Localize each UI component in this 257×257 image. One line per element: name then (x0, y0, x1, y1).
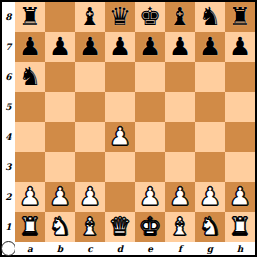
square-b4[interactable] (45, 122, 75, 152)
file-label-c: c (75, 242, 105, 255)
file-label-h: h (225, 242, 255, 255)
square-f7[interactable]: ♟ (165, 32, 195, 62)
square-f6[interactable] (165, 62, 195, 92)
black-pawn-d7[interactable]: ♟ (109, 32, 131, 62)
square-f8[interactable]: ♝ (165, 2, 195, 32)
white-bishop-f1[interactable]: ♝ (169, 212, 191, 242)
square-f3[interactable] (165, 152, 195, 182)
white-king-e1[interactable]: ♚ (139, 212, 161, 242)
square-d4[interactable]: ♟ (105, 122, 135, 152)
square-g2[interactable]: ♟ (195, 182, 225, 212)
square-h4[interactable] (225, 122, 255, 152)
square-c1[interactable]: ♝ (75, 212, 105, 242)
square-b8[interactable] (45, 2, 75, 32)
square-g8[interactable]: ♞ (195, 2, 225, 32)
square-d7[interactable]: ♟ (105, 32, 135, 62)
white-bishop-c1[interactable]: ♝ (79, 212, 101, 242)
square-g1[interactable]: ♞ (195, 212, 225, 242)
square-f5[interactable] (165, 92, 195, 122)
square-c3[interactable] (75, 152, 105, 182)
white-to-move-indicator-icon (1, 241, 16, 256)
square-e5[interactable] (135, 92, 165, 122)
square-a2[interactable]: ♟ (15, 182, 45, 212)
white-pawn-c2[interactable]: ♟ (79, 182, 101, 212)
square-h8[interactable]: ♜ (225, 2, 255, 32)
square-b5[interactable] (45, 92, 75, 122)
square-c7[interactable]: ♟ (75, 32, 105, 62)
square-f2[interactable]: ♟ (165, 182, 195, 212)
black-knight-g8[interactable]: ♞ (199, 2, 221, 32)
rank-label-8: 8 (2, 2, 15, 32)
rank-label-6: 6 (2, 62, 15, 92)
square-c2[interactable]: ♟ (75, 182, 105, 212)
black-pawn-f7[interactable]: ♟ (169, 32, 191, 62)
chess-board: 8♜♝♛♚♝♞♜7♟♟♟♟♟♟♟♟6♞54♟32♟♟♟♟♟♟♟1♜♞♝♛♚♝♞♜… (2, 2, 255, 255)
square-d6[interactable] (105, 62, 135, 92)
square-c5[interactable] (75, 92, 105, 122)
white-queen-d1[interactable]: ♛ (109, 212, 131, 242)
square-e1[interactable]: ♚ (135, 212, 165, 242)
square-f1[interactable]: ♝ (165, 212, 195, 242)
square-a1[interactable]: ♜ (15, 212, 45, 242)
white-rook-a1[interactable]: ♜ (19, 212, 41, 242)
square-e3[interactable] (135, 152, 165, 182)
white-pawn-e2[interactable]: ♟ (139, 182, 161, 212)
rank-label-5: 5 (2, 92, 15, 122)
white-rook-h1[interactable]: ♜ (229, 212, 251, 242)
white-pawn-d4[interactable]: ♟ (109, 122, 131, 152)
white-pawn-a2[interactable]: ♟ (19, 182, 41, 212)
square-c6[interactable] (75, 62, 105, 92)
square-b2[interactable]: ♟ (45, 182, 75, 212)
square-d2[interactable] (105, 182, 135, 212)
white-pawn-f2[interactable]: ♟ (169, 182, 191, 212)
square-h5[interactable] (225, 92, 255, 122)
square-a8[interactable]: ♜ (15, 2, 45, 32)
black-pawn-c7[interactable]: ♟ (79, 32, 101, 62)
black-queen-d8[interactable]: ♛ (109, 2, 131, 32)
square-a3[interactable] (15, 152, 45, 182)
square-e6[interactable] (135, 62, 165, 92)
square-h6[interactable] (225, 62, 255, 92)
white-pawn-h2[interactable]: ♟ (229, 182, 251, 212)
square-h1[interactable]: ♜ (225, 212, 255, 242)
square-h2[interactable]: ♟ (225, 182, 255, 212)
side-to-move-cell (2, 242, 15, 255)
square-f4[interactable] (165, 122, 195, 152)
square-e8[interactable]: ♚ (135, 2, 165, 32)
file-label-g: g (195, 242, 225, 255)
square-a5[interactable] (15, 92, 45, 122)
black-pawn-g7[interactable]: ♟ (199, 32, 221, 62)
black-rook-h8[interactable]: ♜ (229, 2, 251, 32)
square-b3[interactable] (45, 152, 75, 182)
square-a6[interactable]: ♞ (15, 62, 45, 92)
black-rook-a8[interactable]: ♜ (19, 2, 41, 32)
square-g7[interactable]: ♟ (195, 32, 225, 62)
square-d5[interactable] (105, 92, 135, 122)
black-bishop-f8[interactable]: ♝ (169, 2, 191, 32)
rank-label-3: 3 (2, 152, 15, 182)
square-g5[interactable] (195, 92, 225, 122)
file-label-b: b (45, 242, 75, 255)
black-pawn-e7[interactable]: ♟ (139, 32, 161, 62)
rank-label-1: 1 (2, 212, 15, 242)
square-d3[interactable] (105, 152, 135, 182)
square-c4[interactable] (75, 122, 105, 152)
square-e2[interactable]: ♟ (135, 182, 165, 212)
square-a7[interactable]: ♟ (15, 32, 45, 62)
square-c8[interactable]: ♝ (75, 2, 105, 32)
chess-diagram: 8♜♝♛♚♝♞♜7♟♟♟♟♟♟♟♟6♞54♟32♟♟♟♟♟♟♟1♜♞♝♛♚♝♞♜… (0, 0, 257, 257)
file-label-a: a (15, 242, 45, 255)
black-king-e8[interactable]: ♚ (139, 2, 161, 32)
square-d1[interactable]: ♛ (105, 212, 135, 242)
square-d8[interactable]: ♛ (105, 2, 135, 32)
square-g3[interactable] (195, 152, 225, 182)
square-h7[interactable]: ♟ (225, 32, 255, 62)
black-pawn-b7[interactable]: ♟ (49, 32, 71, 62)
rank-label-2: 2 (2, 182, 15, 212)
square-h3[interactable] (225, 152, 255, 182)
white-pawn-g2[interactable]: ♟ (199, 182, 221, 212)
file-label-e: e (135, 242, 165, 255)
square-b6[interactable] (45, 62, 75, 92)
rank-label-7: 7 (2, 32, 15, 62)
black-pawn-a7[interactable]: ♟ (19, 32, 41, 62)
square-g4[interactable] (195, 122, 225, 152)
square-g6[interactable] (195, 62, 225, 92)
white-knight-b1[interactable]: ♞ (49, 212, 71, 242)
white-knight-g1[interactable]: ♞ (199, 212, 221, 242)
square-e7[interactable]: ♟ (135, 32, 165, 62)
square-b7[interactable]: ♟ (45, 32, 75, 62)
square-e4[interactable] (135, 122, 165, 152)
black-knight-a6[interactable]: ♞ (19, 62, 41, 92)
file-label-f: f (165, 242, 195, 255)
square-b1[interactable]: ♞ (45, 212, 75, 242)
square-a4[interactable] (15, 122, 45, 152)
black-bishop-c8[interactable]: ♝ (79, 2, 101, 32)
black-pawn-h7[interactable]: ♟ (229, 32, 251, 62)
white-pawn-b2[interactable]: ♟ (49, 182, 71, 212)
rank-label-4: 4 (2, 122, 15, 152)
file-label-d: d (105, 242, 135, 255)
